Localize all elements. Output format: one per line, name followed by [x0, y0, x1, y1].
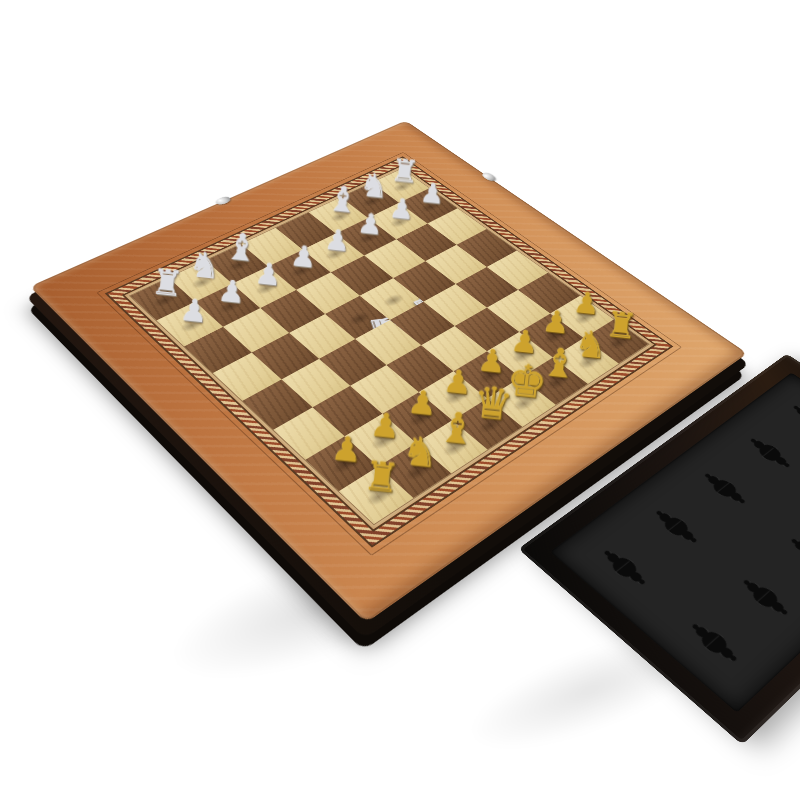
piece-black-pawn: ♟	[330, 430, 364, 467]
piece-black-pawn: ♟	[476, 344, 507, 378]
foam-piece-cutout: ♟♟	[563, 518, 687, 619]
piece-black-queen: ♛	[471, 380, 515, 428]
piece-black-knight: ♞	[400, 430, 440, 474]
product-photo: ♟♟♟♟♟♟♟♟♟♟♟♟♟♟♟♟♟♟♟♟ ♜♞♝♝♞♜♟♟♟♟♟♟♟♟♛♚♟♟♟…	[0, 0, 800, 800]
piece-black-pawn: ♟	[442, 364, 474, 399]
piece-white-pawn: ♟	[217, 275, 247, 308]
piece-black-bishop: ♝	[436, 405, 478, 451]
piece-black-pawn: ♟	[406, 386, 438, 421]
piece-black-pawn: ♟	[368, 408, 401, 444]
chess-box: ♟♟♟♟♟♟♟♟♟♟♟♟♟♟♟♟♟♟♟♟ ♜♞♝♝♞♜♟♟♟♟♟♟♟♟♛♚♟♟♟…	[30, 121, 748, 624]
piece-black-rook: ♜	[361, 455, 401, 499]
piece-white-pawn: ♟	[178, 294, 209, 327]
piece-black-pawn: ♟	[509, 325, 539, 358]
piece-white-rook: ♜	[149, 264, 184, 302]
